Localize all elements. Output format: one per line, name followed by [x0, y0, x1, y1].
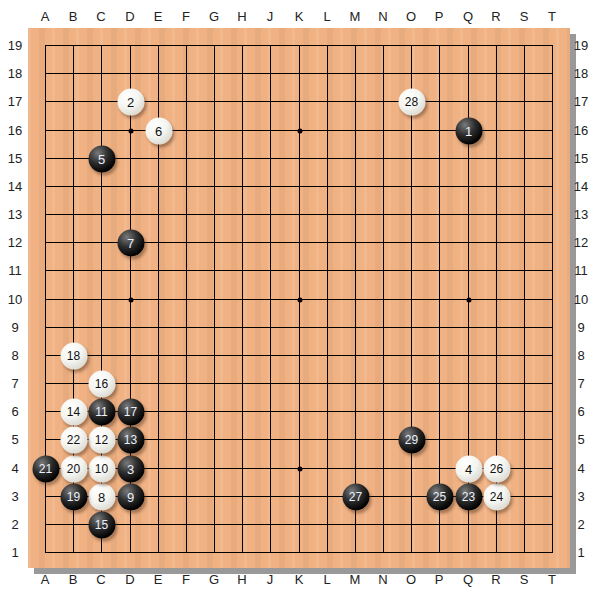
stone-white-c4[interactable]: 10 [88, 455, 115, 482]
stone-white-r3[interactable]: 24 [483, 483, 510, 510]
stone-white-c3[interactable]: 8 [88, 483, 115, 510]
stone-black-d4[interactable]: 3 [117, 455, 144, 482]
grid-line-horizontal [45, 327, 553, 328]
row-label-left-12: 12 [8, 235, 22, 250]
column-label-bottom-k: K [295, 572, 304, 587]
star-point-d16 [128, 128, 133, 133]
row-label-right-17: 17 [574, 94, 588, 109]
stone-black-m3[interactable]: 27 [342, 483, 369, 510]
stone-black-d5[interactable]: 13 [117, 426, 144, 453]
row-label-right-10: 10 [574, 292, 588, 307]
column-label-bottom-p: P [435, 572, 444, 587]
stone-white-q4[interactable]: 4 [455, 455, 482, 482]
stone-black-q3[interactable]: 23 [455, 483, 482, 510]
column-label-bottom-r: R [491, 572, 500, 587]
row-label-right-5: 5 [577, 432, 584, 447]
column-label-top-g: G [209, 9, 219, 24]
stone-white-b6[interactable]: 14 [60, 398, 87, 425]
column-label-top-a: A [41, 9, 50, 24]
row-label-right-2: 2 [577, 517, 584, 532]
column-label-top-h: H [237, 9, 246, 24]
stone-black-b3[interactable]: 19 [60, 483, 87, 510]
grid-line-vertical [524, 45, 525, 553]
column-label-bottom-h: H [237, 572, 246, 587]
star-point-d10 [128, 297, 133, 302]
grid-line-horizontal [45, 355, 553, 356]
row-label-right-15: 15 [574, 151, 588, 166]
column-label-top-o: O [406, 9, 416, 24]
column-label-top-c: C [96, 9, 105, 24]
stone-white-b8[interactable]: 18 [60, 342, 87, 369]
row-label-right-4: 4 [577, 461, 584, 476]
row-label-right-9: 9 [577, 320, 584, 335]
row-label-left-4: 4 [11, 461, 18, 476]
stone-black-c6[interactable]: 11 [88, 398, 115, 425]
column-label-top-s: S [520, 9, 529, 24]
grid-line-horizontal [45, 524, 553, 525]
stone-black-c15[interactable]: 5 [88, 145, 115, 172]
column-label-top-k: K [295, 9, 304, 24]
row-label-left-3: 3 [11, 489, 18, 504]
column-label-bottom-a: A [41, 572, 50, 587]
column-label-bottom-g: G [209, 572, 219, 587]
grid-line-vertical [383, 45, 384, 553]
column-label-top-m: M [350, 9, 361, 24]
grid-line-horizontal [45, 383, 553, 384]
column-label-top-f: F [182, 9, 190, 24]
row-label-left-18: 18 [8, 66, 22, 81]
row-label-left-19: 19 [8, 38, 22, 53]
stone-black-d6[interactable]: 17 [117, 398, 144, 425]
column-label-bottom-j: J [267, 572, 274, 587]
stone-black-d12[interactable]: 7 [117, 229, 144, 256]
row-label-right-1: 1 [577, 545, 584, 560]
row-label-right-3: 3 [577, 489, 584, 504]
star-point-k4 [297, 466, 302, 471]
column-label-top-n: N [378, 9, 387, 24]
grid-line-vertical [552, 45, 553, 553]
star-point-k10 [297, 297, 302, 302]
column-label-top-b: B [69, 9, 78, 24]
stone-black-c2[interactable]: 15 [88, 511, 115, 538]
column-label-bottom-o: O [406, 572, 416, 587]
grid-line-horizontal [45, 552, 553, 553]
go-diagram: 1234567891011121314151617181920212223242… [0, 0, 600, 600]
column-label-bottom-t: T [548, 572, 556, 587]
column-label-bottom-s: S [520, 572, 529, 587]
grid-line-vertical [439, 45, 440, 553]
row-label-right-14: 14 [574, 179, 588, 194]
row-label-right-7: 7 [577, 376, 584, 391]
row-label-left-1: 1 [11, 545, 18, 560]
column-label-bottom-n: N [378, 572, 387, 587]
go-board[interactable]: 1234567891011121314151617181920212223242… [28, 28, 570, 568]
stone-white-r4[interactable]: 26 [483, 455, 510, 482]
row-label-left-15: 15 [8, 151, 22, 166]
stone-black-o5[interactable]: 29 [398, 426, 425, 453]
stone-white-c5[interactable]: 12 [88, 426, 115, 453]
stone-black-d3[interactable]: 9 [117, 483, 144, 510]
stone-white-b4[interactable]: 20 [60, 455, 87, 482]
row-label-right-6: 6 [577, 404, 584, 419]
column-label-bottom-e: E [154, 572, 163, 587]
row-label-left-9: 9 [11, 320, 18, 335]
stone-white-b5[interactable]: 22 [60, 426, 87, 453]
row-label-right-8: 8 [577, 348, 584, 363]
column-label-bottom-c: C [96, 572, 105, 587]
row-label-left-11: 11 [8, 263, 22, 278]
row-label-right-19: 19 [574, 38, 588, 53]
column-label-top-d: D [125, 9, 134, 24]
star-point-k16 [297, 128, 302, 133]
row-label-left-5: 5 [11, 432, 18, 447]
column-label-bottom-l: L [323, 572, 330, 587]
stone-white-c7[interactable]: 16 [88, 370, 115, 397]
column-label-top-t: T [548, 9, 556, 24]
row-label-left-16: 16 [8, 123, 22, 138]
column-label-bottom-b: B [69, 572, 78, 587]
stone-black-a4[interactable]: 21 [32, 455, 59, 482]
row-label-left-8: 8 [11, 348, 18, 363]
row-label-left-2: 2 [11, 517, 18, 532]
column-label-bottom-f: F [182, 572, 190, 587]
row-label-right-11: 11 [574, 263, 588, 278]
row-label-left-7: 7 [11, 376, 18, 391]
column-label-top-j: J [267, 9, 274, 24]
column-label-bottom-m: M [350, 572, 361, 587]
stone-white-e16[interactable]: 6 [145, 117, 172, 144]
row-label-left-14: 14 [8, 179, 22, 194]
column-label-top-r: R [491, 9, 500, 24]
stone-black-q16[interactable]: 1 [455, 117, 482, 144]
row-label-right-12: 12 [574, 235, 588, 250]
grid-line-vertical [327, 45, 328, 553]
column-label-bottom-d: D [125, 572, 134, 587]
row-label-left-13: 13 [8, 207, 22, 222]
grid-line-vertical [355, 45, 356, 553]
row-label-left-10: 10 [8, 292, 22, 307]
row-label-left-17: 17 [8, 94, 22, 109]
grid-line-vertical [411, 45, 412, 553]
stone-white-d17[interactable]: 2 [117, 88, 144, 115]
column-label-bottom-q: Q [463, 572, 473, 587]
row-label-left-6: 6 [11, 404, 18, 419]
row-label-right-13: 13 [574, 207, 588, 222]
star-point-q10 [466, 297, 471, 302]
column-label-top-e: E [154, 9, 163, 24]
row-label-right-18: 18 [574, 66, 588, 81]
stone-white-o17[interactable]: 28 [398, 88, 425, 115]
column-label-top-p: P [435, 9, 444, 24]
column-label-top-q: Q [463, 9, 473, 24]
stone-black-p3[interactable]: 25 [426, 483, 453, 510]
row-label-right-16: 16 [574, 123, 588, 138]
column-label-top-l: L [323, 9, 330, 24]
